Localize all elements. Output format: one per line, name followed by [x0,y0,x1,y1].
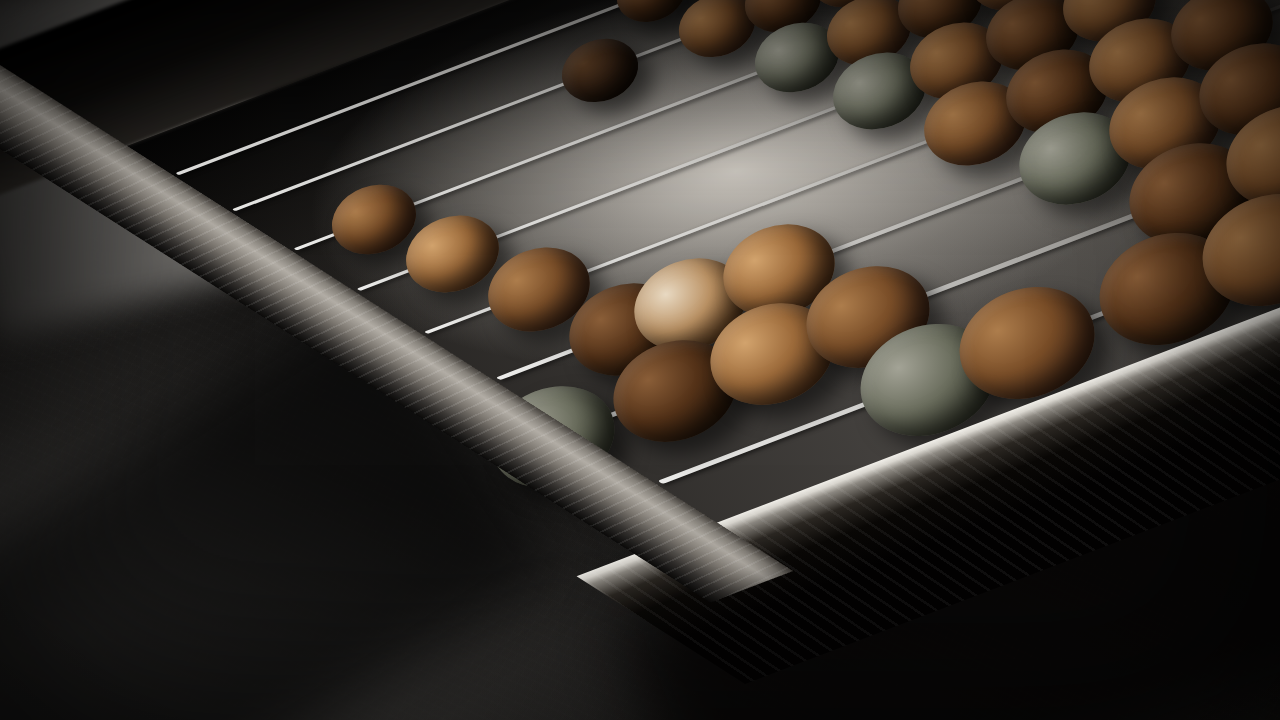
photo-scene [0,0,1280,720]
